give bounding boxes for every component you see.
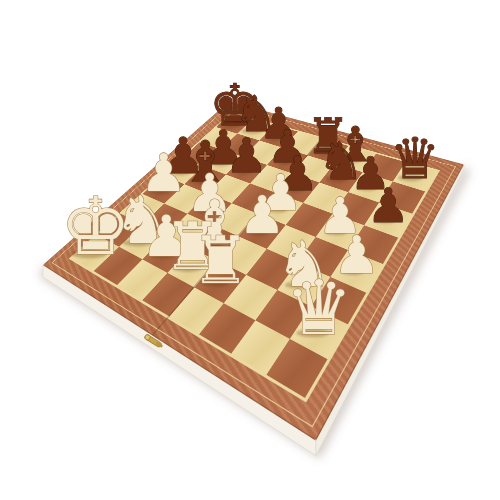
playing-area	[72, 113, 437, 398]
clasp-hook	[144, 334, 151, 341]
product-photo-stage: ♚♞♟♜♝♟♟♟♟♛♞♝♟♟♟♟♟♟♟♟♞♝♚♟♜♟♜♞♛	[0, 0, 500, 500]
chess-board	[72, 113, 437, 398]
clasp-catch	[156, 342, 164, 348]
